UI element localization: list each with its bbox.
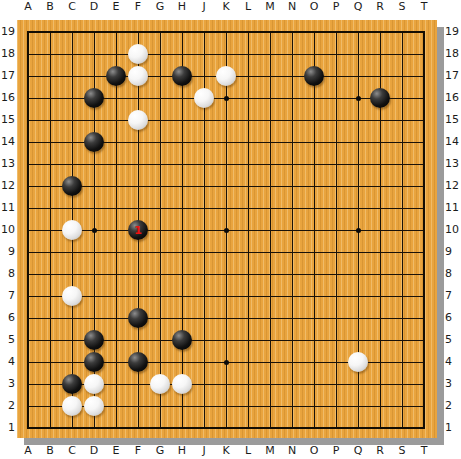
board-cell[interactable] [39,153,61,175]
board-cell[interactable] [149,175,171,197]
board-cell[interactable] [39,351,61,373]
board-cell[interactable] [61,285,83,307]
board-cell[interactable] [347,329,369,351]
board-cell[interactable] [17,307,39,329]
board-cell[interactable] [325,21,347,43]
board-cell[interactable] [303,87,325,109]
board-cell[interactable]: 1 [127,219,149,241]
board-cell[interactable] [149,87,171,109]
board-cell[interactable] [369,65,391,87]
board-cell[interactable] [303,43,325,65]
board-cell[interactable] [215,285,237,307]
board-cell[interactable] [83,351,105,373]
board-cell[interactable] [193,153,215,175]
board-cell[interactable] [171,241,193,263]
board-cell[interactable] [17,219,39,241]
board-cell[interactable] [127,175,149,197]
board-cell[interactable] [369,263,391,285]
board-cell[interactable] [193,197,215,219]
board-cell[interactable] [237,219,259,241]
board-cell[interactable] [193,241,215,263]
board-cell[interactable] [83,373,105,395]
board-cell[interactable] [83,197,105,219]
board-cell[interactable] [215,263,237,285]
board-cell[interactable] [237,153,259,175]
board-cell[interactable] [281,175,303,197]
board-cell[interactable] [391,219,413,241]
board-cell[interactable] [39,285,61,307]
board-cell[interactable] [149,21,171,43]
board-cell[interactable] [105,153,127,175]
board-cell[interactable] [171,65,193,87]
board-cell[interactable] [347,109,369,131]
board-cell[interactable] [369,197,391,219]
board-cell[interactable] [259,87,281,109]
board-cell[interactable] [259,285,281,307]
board-cell[interactable] [369,417,391,439]
board-cell[interactable] [171,395,193,417]
board-cell[interactable] [325,417,347,439]
board-cell[interactable] [39,175,61,197]
board-cell[interactable] [413,219,435,241]
board-cell[interactable] [105,395,127,417]
board-cell[interactable] [391,131,413,153]
board-cell[interactable] [149,329,171,351]
board-cell[interactable] [325,241,347,263]
board-cell[interactable] [171,175,193,197]
board-cell[interactable] [149,351,171,373]
board-cell[interactable] [39,131,61,153]
board-cell[interactable] [61,263,83,285]
board-cell[interactable] [391,87,413,109]
board-cell[interactable] [39,109,61,131]
board-cell[interactable] [149,197,171,219]
board-cell[interactable] [215,109,237,131]
board-cell[interactable] [105,131,127,153]
board-cell[interactable] [303,219,325,241]
board-cell[interactable] [105,43,127,65]
board-cell[interactable] [171,307,193,329]
board-cell[interactable] [281,21,303,43]
board-cell[interactable] [215,351,237,373]
board-cell[interactable] [17,395,39,417]
board-cell[interactable] [237,307,259,329]
board-cell[interactable] [303,417,325,439]
board-cell[interactable] [61,307,83,329]
board-cell[interactable] [237,21,259,43]
board-cell[interactable] [413,263,435,285]
board-cell[interactable] [105,285,127,307]
board-cell[interactable] [303,285,325,307]
board-cell[interactable] [39,43,61,65]
board-cell[interactable] [237,65,259,87]
board-cell[interactable] [303,175,325,197]
board-cell[interactable] [39,21,61,43]
board-cell[interactable] [171,197,193,219]
board-cell[interactable] [237,351,259,373]
board-cell[interactable] [61,241,83,263]
board-cell[interactable] [347,263,369,285]
board-cell[interactable] [369,395,391,417]
board-cell[interactable] [61,65,83,87]
board-cell[interactable] [347,153,369,175]
board-cell[interactable] [303,197,325,219]
board-cell[interactable] [325,87,347,109]
board-cell[interactable] [347,219,369,241]
board-cell[interactable] [325,153,347,175]
board-cell[interactable] [127,153,149,175]
board-cell[interactable] [325,65,347,87]
board-cell[interactable] [215,153,237,175]
board-cell[interactable] [325,197,347,219]
board-cell[interactable] [171,21,193,43]
board-cell[interactable] [347,21,369,43]
board-cell[interactable] [259,65,281,87]
board-cell[interactable] [215,307,237,329]
board-cell[interactable] [61,351,83,373]
board-cell[interactable] [215,241,237,263]
board-cell[interactable] [369,351,391,373]
board-cell[interactable] [391,153,413,175]
board-cell[interactable] [17,87,39,109]
board-cell[interactable] [259,329,281,351]
board-cell[interactable] [193,65,215,87]
board-cell[interactable] [391,197,413,219]
board-cell[interactable] [83,21,105,43]
board-cell[interactable] [325,285,347,307]
board-cell[interactable] [171,43,193,65]
board-cell[interactable] [303,395,325,417]
board-cell[interactable] [83,43,105,65]
board-cell[interactable] [193,329,215,351]
board-cell[interactable] [105,197,127,219]
board-cell[interactable] [237,175,259,197]
board-cell[interactable] [171,263,193,285]
board-cell[interactable] [127,417,149,439]
board-cell[interactable] [83,329,105,351]
board-cell[interactable] [105,329,127,351]
board-cell[interactable] [237,197,259,219]
board-cell[interactable] [127,241,149,263]
board-cell[interactable] [391,175,413,197]
board-cell[interactable] [215,219,237,241]
board-cell[interactable] [347,65,369,87]
board-cell[interactable] [193,87,215,109]
board-cell[interactable] [325,307,347,329]
board-cell[interactable] [61,373,83,395]
board-cell[interactable] [347,285,369,307]
board-cell[interactable] [17,285,39,307]
board-cell[interactable] [39,219,61,241]
board-cell[interactable] [83,241,105,263]
board-cell[interactable] [61,329,83,351]
board-cell[interactable] [127,351,149,373]
board-cell[interactable] [413,65,435,87]
board-cell[interactable] [83,263,105,285]
board-cell[interactable] [391,329,413,351]
board-cell[interactable] [61,395,83,417]
board-cell[interactable] [39,65,61,87]
board-cell[interactable] [369,21,391,43]
board-cell[interactable] [413,417,435,439]
board-cell[interactable] [105,219,127,241]
board-cell[interactable] [149,373,171,395]
board-cell[interactable] [61,21,83,43]
board-cell[interactable] [105,175,127,197]
board-cell[interactable] [281,263,303,285]
board-cell[interactable] [237,329,259,351]
board-cell[interactable] [149,395,171,417]
board-cell[interactable] [127,131,149,153]
board-cell[interactable] [17,373,39,395]
board-cell[interactable] [303,351,325,373]
board-cell[interactable] [83,307,105,329]
board-cell[interactable] [325,219,347,241]
board-cell[interactable] [83,109,105,131]
board-cell[interactable] [237,87,259,109]
board-cell[interactable] [171,417,193,439]
board-cell[interactable] [149,153,171,175]
board-cell[interactable] [127,395,149,417]
board-cell[interactable] [215,21,237,43]
board-cell[interactable] [325,351,347,373]
board-cell[interactable] [237,43,259,65]
board-cell[interactable] [193,219,215,241]
board-cell[interactable] [237,131,259,153]
board-cell[interactable] [39,263,61,285]
board-cell[interactable] [39,87,61,109]
board-cell[interactable] [347,175,369,197]
board-cell[interactable] [369,131,391,153]
board-cell[interactable] [281,329,303,351]
board-cell[interactable] [391,373,413,395]
board-cell[interactable] [325,329,347,351]
board-cell[interactable] [105,373,127,395]
board-cell[interactable] [105,241,127,263]
board-cell[interactable] [413,21,435,43]
board-cell[interactable] [303,131,325,153]
board-cell[interactable] [127,307,149,329]
board-cell[interactable] [149,219,171,241]
board-cell[interactable] [281,197,303,219]
board-cell[interactable] [369,373,391,395]
board-cell[interactable] [61,175,83,197]
board-cell[interactable] [149,109,171,131]
board-cell[interactable] [303,241,325,263]
board-cell[interactable] [369,87,391,109]
board-cell[interactable] [303,263,325,285]
board-cell[interactable] [193,109,215,131]
board-cell[interactable] [259,109,281,131]
board-cell[interactable] [61,197,83,219]
board-cell[interactable] [391,307,413,329]
board-cell[interactable] [105,87,127,109]
board-cell[interactable] [413,153,435,175]
board-cell[interactable] [83,395,105,417]
board-cell[interactable] [215,43,237,65]
board-cell[interactable] [259,395,281,417]
board-cell[interactable] [61,109,83,131]
board-cell[interactable] [149,43,171,65]
board-cell[interactable] [391,43,413,65]
board-cell[interactable] [259,351,281,373]
board-cell[interactable] [259,153,281,175]
board-cell[interactable] [413,329,435,351]
board-cell[interactable] [325,131,347,153]
board-cell[interactable] [105,307,127,329]
board-cell[interactable] [193,175,215,197]
board-cell[interactable] [303,109,325,131]
board-cell[interactable] [17,175,39,197]
board-cell[interactable] [281,351,303,373]
board-cell[interactable] [39,307,61,329]
board-cell[interactable] [127,65,149,87]
board-cell[interactable] [193,263,215,285]
board-cell[interactable] [61,87,83,109]
board-cell[interactable] [281,153,303,175]
board-cell[interactable] [413,241,435,263]
board-cell[interactable] [259,219,281,241]
board-cell[interactable] [193,395,215,417]
board-cell[interactable] [83,131,105,153]
board-cell[interactable] [127,87,149,109]
board-cell[interactable] [171,329,193,351]
board-cell[interactable] [83,175,105,197]
board-cell[interactable] [347,307,369,329]
board-cell[interactable] [347,395,369,417]
board-cell[interactable] [413,285,435,307]
board-cell[interactable] [237,241,259,263]
board-cell[interactable] [259,131,281,153]
board-cell[interactable] [281,417,303,439]
board-cell[interactable] [17,197,39,219]
board-cell[interactable] [413,43,435,65]
board-cell[interactable] [413,351,435,373]
board-cell[interactable] [127,43,149,65]
board-cell[interactable] [193,351,215,373]
board-cell[interactable] [215,131,237,153]
board-cell[interactable] [83,153,105,175]
board-cell[interactable] [369,329,391,351]
board-cell[interactable] [281,65,303,87]
board-cell[interactable] [83,65,105,87]
board-cell[interactable] [193,21,215,43]
board-cell[interactable] [17,417,39,439]
board-cell[interactable] [391,263,413,285]
board-cell[interactable] [215,197,237,219]
board-cell[interactable] [391,21,413,43]
board-cell[interactable] [215,395,237,417]
board-cell[interactable] [39,417,61,439]
board-cell[interactable] [39,241,61,263]
board-cell[interactable] [171,373,193,395]
board-cell[interactable] [391,285,413,307]
board-cell[interactable] [369,43,391,65]
board-cell[interactable] [215,87,237,109]
board-cell[interactable] [149,65,171,87]
board-cell[interactable] [83,219,105,241]
board-cell[interactable] [171,351,193,373]
board-cell[interactable] [325,109,347,131]
board-cell[interactable] [237,373,259,395]
board-cell[interactable] [281,109,303,131]
board-cell[interactable] [391,395,413,417]
board-cell[interactable] [281,87,303,109]
board-cell[interactable] [171,109,193,131]
board-cell[interactable] [347,351,369,373]
board-cell[interactable] [281,373,303,395]
board-cell[interactable] [215,417,237,439]
board-cell[interactable] [259,263,281,285]
board-cell[interactable] [149,417,171,439]
board-cell[interactable] [149,285,171,307]
board-cell[interactable] [171,153,193,175]
board-cell[interactable] [391,109,413,131]
board-cell[interactable] [391,65,413,87]
board-cell[interactable] [325,263,347,285]
board-cell[interactable] [17,241,39,263]
board-cell[interactable] [303,21,325,43]
board-cell[interactable] [347,43,369,65]
board-cell[interactable] [369,241,391,263]
board-cell[interactable] [61,153,83,175]
board-cell[interactable] [259,175,281,197]
board-cell[interactable] [391,351,413,373]
board-cell[interactable] [39,329,61,351]
board-cell[interactable] [281,241,303,263]
board-cell[interactable] [105,263,127,285]
board-cell[interactable] [237,395,259,417]
board-cell[interactable] [171,87,193,109]
board-cell[interactable] [259,307,281,329]
board-cell[interactable] [259,417,281,439]
board-cell[interactable] [39,395,61,417]
board-cell[interactable] [303,65,325,87]
board-cell[interactable] [193,285,215,307]
board-cell[interactable] [325,395,347,417]
board-cell[interactable] [259,197,281,219]
board-cell[interactable] [369,285,391,307]
board-cell[interactable] [127,197,149,219]
board-cell[interactable] [17,109,39,131]
board-cell[interactable] [105,109,127,131]
board-cell[interactable] [127,109,149,131]
board-cell[interactable] [281,219,303,241]
board-cell[interactable] [215,65,237,87]
board-cell[interactable] [127,373,149,395]
board-cell[interactable] [215,329,237,351]
board-cell[interactable] [303,307,325,329]
board-cell[interactable] [149,263,171,285]
board-cell[interactable] [17,43,39,65]
board-cell[interactable] [413,395,435,417]
board-cell[interactable] [325,43,347,65]
board-cell[interactable] [237,263,259,285]
board-cell[interactable] [369,109,391,131]
board-cell[interactable] [171,219,193,241]
board-cell[interactable] [193,417,215,439]
board-cell[interactable] [413,307,435,329]
board-cell[interactable] [369,153,391,175]
board-cell[interactable] [127,263,149,285]
board-cell[interactable] [39,197,61,219]
board-cell[interactable] [237,285,259,307]
board-cell[interactable] [83,285,105,307]
board-cell[interactable] [17,21,39,43]
board-cell[interactable] [369,219,391,241]
board-cell[interactable] [413,175,435,197]
board-cell[interactable] [281,43,303,65]
